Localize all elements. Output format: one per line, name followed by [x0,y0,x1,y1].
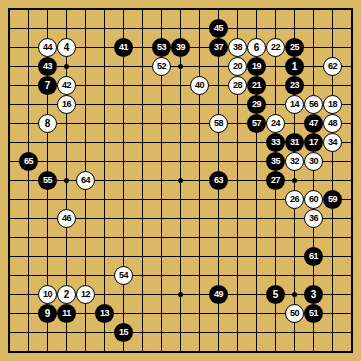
stone-white-10-C4[interactable]: 10 [38,285,57,304]
stone-black-17-R12[interactable]: 17 [304,133,323,152]
stone-black-9-C3[interactable]: 9 [38,304,57,323]
stone-white-64-E10[interactable]: 64 [76,171,95,190]
stone-white-26-Q9[interactable]: 26 [285,190,304,209]
stone-black-49-M4[interactable]: 49 [209,285,228,304]
stone-black-39-K17[interactable]: 39 [171,38,190,57]
stone-black-35-P11[interactable]: 35 [266,152,285,171]
stone-black-31-Q12[interactable]: 31 [285,133,304,152]
stone-white-50-Q3[interactable]: 50 [285,304,304,323]
stone-black-55-C10[interactable]: 55 [38,171,57,190]
stone-black-47-R13[interactable]: 47 [304,114,323,133]
stone-white-52-J16[interactable]: 52 [152,57,171,76]
stone-white-30-R11[interactable]: 30 [304,152,323,171]
stone-white-28-N15[interactable]: 28 [228,76,247,95]
stone-white-34-S12[interactable]: 34 [323,133,342,152]
stone-black-41-G17[interactable]: 41 [114,38,133,57]
stone-black-23-Q15[interactable]: 23 [285,76,304,95]
stone-white-6-O17[interactable]: 6 [247,38,266,57]
stone-white-38-N17[interactable]: 38 [228,38,247,57]
stone-white-48-S13[interactable]: 48 [323,114,342,133]
stone-white-58-M13[interactable]: 58 [209,114,228,133]
stone-white-4-D17[interactable]: 4 [57,38,76,57]
stone-black-29-O14[interactable]: 29 [247,95,266,114]
stone-white-36-R8[interactable]: 36 [304,209,323,228]
stone-black-33-P12[interactable]: 33 [266,133,285,152]
go-board[interactable]: 1234567891011121314151617181920212223242… [0,0,361,361]
stone-white-2-D4[interactable]: 2 [57,285,76,304]
stone-white-42-D15[interactable]: 42 [57,76,76,95]
stone-white-24-P13[interactable]: 24 [266,114,285,133]
stone-black-37-M17[interactable]: 37 [209,38,228,57]
stone-white-40-L15[interactable]: 40 [190,76,209,95]
stone-black-15-G2[interactable]: 15 [114,323,133,342]
stone-white-60-R9[interactable]: 60 [304,190,323,209]
stones-layer: 1234567891011121314151617181920212223242… [0,0,361,361]
stone-white-32-Q11[interactable]: 32 [285,152,304,171]
stone-black-19-O16[interactable]: 19 [247,57,266,76]
stone-black-53-J17[interactable]: 53 [152,38,171,57]
stone-black-5-P4[interactable]: 5 [266,285,285,304]
stone-white-8-C13[interactable]: 8 [38,114,57,133]
stone-black-45-M18[interactable]: 45 [209,19,228,38]
stone-white-56-R14[interactable]: 56 [304,95,323,114]
stone-black-43-C16[interactable]: 43 [38,57,57,76]
stone-white-14-Q14[interactable]: 14 [285,95,304,114]
stone-white-20-N16[interactable]: 20 [228,57,247,76]
stone-black-1-Q16[interactable]: 1 [285,57,304,76]
stone-black-3-R4[interactable]: 3 [304,285,323,304]
stone-black-59-S9[interactable]: 59 [323,190,342,209]
stone-black-61-R6[interactable]: 61 [304,247,323,266]
stone-black-65-B11[interactable]: 65 [19,152,38,171]
stone-black-11-D3[interactable]: 11 [57,304,76,323]
stone-black-25-Q17[interactable]: 25 [285,38,304,57]
stone-white-18-S14[interactable]: 18 [323,95,342,114]
stone-white-54-G5[interactable]: 54 [114,266,133,285]
stone-black-63-M10[interactable]: 63 [209,171,228,190]
stone-white-12-E4[interactable]: 12 [76,285,95,304]
stone-black-57-O13[interactable]: 57 [247,114,266,133]
stone-black-13-F3[interactable]: 13 [95,304,114,323]
stone-white-16-D14[interactable]: 16 [57,95,76,114]
stone-white-44-C17[interactable]: 44 [38,38,57,57]
stone-black-51-R3[interactable]: 51 [304,304,323,323]
stone-white-46-D8[interactable]: 46 [57,209,76,228]
stone-black-7-C15[interactable]: 7 [38,76,57,95]
stone-white-22-P17[interactable]: 22 [266,38,285,57]
stone-white-62-S16[interactable]: 62 [323,57,342,76]
stone-black-21-O15[interactable]: 21 [247,76,266,95]
stone-black-27-P10[interactable]: 27 [266,171,285,190]
